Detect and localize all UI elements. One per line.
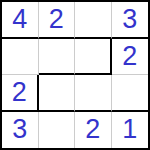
cell-r2c1[interactable] [2,39,39,76]
cell-r3c2[interactable] [39,75,76,112]
cell-r1c4: 3 [112,2,149,39]
cell-r4c2[interactable] [39,112,76,149]
cell-r3c1: 2 [2,75,39,112]
cell-r2c4: 2 [112,39,149,76]
cell-r1c3[interactable] [75,2,112,39]
cell-r4c4: 1 [112,112,149,149]
cell-r3c3[interactable] [75,75,112,112]
cell-r4c1: 3 [2,112,39,149]
cell-r1c1: 4 [2,2,39,39]
cell-r2c3[interactable] [75,39,112,76]
cell-r3c4[interactable] [112,75,149,112]
puzzle-board: 42322321 [0,0,150,150]
cell-r2c2[interactable] [39,39,76,76]
cell-r1c2: 2 [39,2,76,39]
cell-r4c3: 2 [75,112,112,149]
